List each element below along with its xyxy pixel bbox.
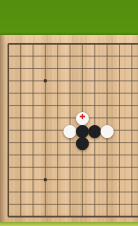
gomoku-board[interactable]: ●✚●●●●● [0, 35, 138, 222]
stones-layer: ●✚●●●●● [2, 38, 138, 223]
black-stone-glyph: ● [75, 134, 90, 151]
game-screen: ●✚●●●●● [0, 0, 138, 226]
white-stone-glyph: ● [100, 121, 115, 138]
white-stone: ● [101, 124, 113, 136]
black-stone: ● [76, 136, 88, 148]
